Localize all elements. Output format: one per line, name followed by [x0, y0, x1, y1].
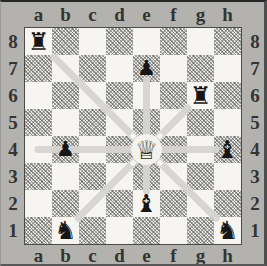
chess-piece-black-pawn-b4: ♟	[52, 136, 79, 163]
file-label-bottom-d: d	[106, 245, 133, 266]
rank-label-right-3: 3	[244, 163, 266, 190]
chess-piece-black-pawn-e7: ♟	[133, 55, 160, 82]
chess-piece-black-bishop-h4: ♝	[214, 136, 241, 163]
chess-board: ♜♟♜♟♕♝♝♞♞	[24, 27, 242, 245]
rank-label-left-8: 8	[2, 28, 24, 55]
rank-label-right-5: 5	[244, 109, 266, 136]
chess-piece-black-rook-a8: ♜	[25, 28, 52, 55]
rank-label-right-2: 2	[244, 190, 266, 217]
file-label-bottom-e: e	[133, 245, 160, 266]
rank-label-left-3: 3	[2, 163, 24, 190]
chess-piece-black-rook-g6: ♜	[187, 82, 214, 109]
file-label-bottom-b: b	[52, 245, 79, 266]
rank-label-right-8: 8	[244, 28, 266, 55]
rank-label-left-2: 2	[2, 190, 24, 217]
rank-label-left-6: 6	[2, 82, 24, 109]
file-label-bottom-a: a	[25, 245, 52, 266]
rank-label-right-1: 1	[244, 217, 266, 244]
pieces-layer: ♜♟♜♟♕♝♝♞♞	[25, 28, 241, 244]
file-label-bottom-c: c	[79, 245, 106, 266]
file-label-bottom-h: h	[214, 245, 241, 266]
rank-label-right-4: 4	[244, 136, 266, 163]
chess-diagram-page: ♜♟♜♟♕♝♝♞♞ aabbccddeeffgghh88776655443322…	[0, 0, 267, 266]
rank-label-left-4: 4	[2, 136, 24, 163]
file-label-top-b: b	[52, 4, 79, 26]
file-label-top-e: e	[133, 4, 160, 26]
file-label-bottom-f: f	[160, 245, 187, 266]
rank-label-left-5: 5	[2, 109, 24, 136]
rank-label-right-7: 7	[244, 55, 266, 82]
rank-label-left-7: 7	[2, 55, 24, 82]
chess-piece-white-queen-e4: ♕	[133, 136, 160, 163]
chess-piece-black-bishop-e2: ♝	[133, 190, 160, 217]
chess-piece-black-knight-h1: ♞	[214, 217, 241, 244]
file-label-top-c: c	[79, 4, 106, 26]
file-label-top-f: f	[160, 4, 187, 26]
file-label-top-g: g	[187, 4, 214, 26]
file-label-top-h: h	[214, 4, 241, 26]
rank-label-left-1: 1	[2, 217, 24, 244]
file-label-bottom-g: g	[187, 245, 214, 266]
file-label-top-a: a	[25, 4, 52, 26]
file-label-top-d: d	[106, 4, 133, 26]
rank-label-right-6: 6	[244, 82, 266, 109]
chess-piece-black-knight-b1: ♞	[52, 217, 79, 244]
